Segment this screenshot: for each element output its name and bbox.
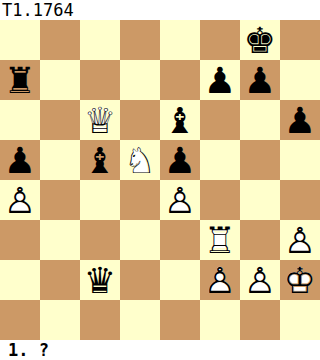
- square-d4[interactable]: [120, 180, 160, 220]
- diagram-title: T1.1764: [0, 0, 320, 20]
- black-rook: ♜: [0, 60, 40, 100]
- square-e5[interactable]: ♟: [160, 140, 200, 180]
- square-e3[interactable]: [160, 220, 200, 260]
- square-c4[interactable]: [80, 180, 120, 220]
- square-a4[interactable]: ♟♙: [0, 180, 40, 220]
- square-g3[interactable]: [240, 220, 280, 260]
- square-f8[interactable]: [200, 20, 240, 60]
- square-c8[interactable]: [80, 20, 120, 60]
- square-e2[interactable]: [160, 260, 200, 300]
- square-a3[interactable]: [0, 220, 40, 260]
- square-f5[interactable]: [200, 140, 240, 180]
- square-c3[interactable]: [80, 220, 120, 260]
- square-h6[interactable]: ♟: [280, 100, 320, 140]
- chess-board: ♚♜♟♟♛♕♝♟♟♝♞♘♟♟♙♟♙♜♖♟♙♛♟♙♟♙♚♔: [0, 20, 320, 340]
- square-g5[interactable]: [240, 140, 280, 180]
- square-b7[interactable]: [40, 60, 80, 100]
- square-a6[interactable]: [0, 100, 40, 140]
- square-d1[interactable]: [120, 300, 160, 340]
- white-knight: ♞♘: [120, 140, 160, 180]
- square-e6[interactable]: ♝: [160, 100, 200, 140]
- black-pawn: ♟: [240, 60, 280, 100]
- square-b4[interactable]: [40, 180, 80, 220]
- square-a1[interactable]: [0, 300, 40, 340]
- square-e7[interactable]: [160, 60, 200, 100]
- square-h5[interactable]: [280, 140, 320, 180]
- white-pawn: ♟♙: [0, 180, 40, 220]
- white-pawn: ♟♙: [160, 180, 200, 220]
- square-h4[interactable]: [280, 180, 320, 220]
- square-h8[interactable]: [280, 20, 320, 60]
- square-b5[interactable]: [40, 140, 80, 180]
- black-bishop: ♝: [80, 140, 120, 180]
- white-pawn: ♟♙: [280, 220, 320, 260]
- square-a8[interactable]: [0, 20, 40, 60]
- white-queen: ♛♕: [80, 100, 120, 140]
- square-g4[interactable]: [240, 180, 280, 220]
- black-pawn: ♟: [160, 140, 200, 180]
- square-d8[interactable]: [120, 20, 160, 60]
- square-a7[interactable]: ♜: [0, 60, 40, 100]
- move-prompt: 1. ?: [0, 340, 320, 360]
- black-pawn: ♟: [200, 60, 240, 100]
- square-f4[interactable]: [200, 180, 240, 220]
- black-king: ♚: [240, 20, 280, 60]
- square-c7[interactable]: [80, 60, 120, 100]
- square-c6[interactable]: ♛♕: [80, 100, 120, 140]
- black-queen: ♛: [80, 260, 120, 300]
- square-a2[interactable]: [0, 260, 40, 300]
- square-g7[interactable]: ♟: [240, 60, 280, 100]
- square-h3[interactable]: ♟♙: [280, 220, 320, 260]
- black-pawn: ♟: [0, 140, 40, 180]
- square-g6[interactable]: [240, 100, 280, 140]
- square-f6[interactable]: [200, 100, 240, 140]
- square-c5[interactable]: ♝: [80, 140, 120, 180]
- square-f7[interactable]: ♟: [200, 60, 240, 100]
- square-f3[interactable]: ♜♖: [200, 220, 240, 260]
- square-b2[interactable]: [40, 260, 80, 300]
- square-c2[interactable]: ♛: [80, 260, 120, 300]
- white-pawn: ♟♙: [240, 260, 280, 300]
- white-pawn: ♟♙: [200, 260, 240, 300]
- square-e1[interactable]: [160, 300, 200, 340]
- white-rook: ♜♖: [200, 220, 240, 260]
- square-g2[interactable]: ♟♙: [240, 260, 280, 300]
- square-g1[interactable]: [240, 300, 280, 340]
- square-d7[interactable]: [120, 60, 160, 100]
- square-d6[interactable]: [120, 100, 160, 140]
- square-g8[interactable]: ♚: [240, 20, 280, 60]
- square-c1[interactable]: [80, 300, 120, 340]
- black-bishop: ♝: [160, 100, 200, 140]
- square-h1[interactable]: [280, 300, 320, 340]
- square-f2[interactable]: ♟♙: [200, 260, 240, 300]
- square-h7[interactable]: [280, 60, 320, 100]
- square-a5[interactable]: ♟: [0, 140, 40, 180]
- square-e8[interactable]: [160, 20, 200, 60]
- square-b3[interactable]: [40, 220, 80, 260]
- square-b1[interactable]: [40, 300, 80, 340]
- square-d2[interactable]: [120, 260, 160, 300]
- white-king: ♚♔: [280, 260, 320, 300]
- black-pawn: ♟: [280, 100, 320, 140]
- square-d5[interactable]: ♞♘: [120, 140, 160, 180]
- square-d3[interactable]: [120, 220, 160, 260]
- square-f1[interactable]: [200, 300, 240, 340]
- square-e4[interactable]: ♟♙: [160, 180, 200, 220]
- square-b6[interactable]: [40, 100, 80, 140]
- square-h2[interactable]: ♚♔: [280, 260, 320, 300]
- square-b8[interactable]: [40, 20, 80, 60]
